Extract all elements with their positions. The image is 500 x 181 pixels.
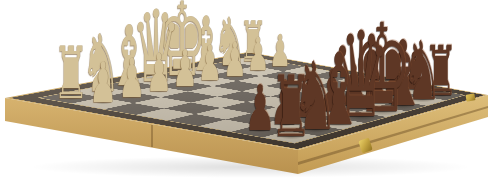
piece-white-pawn-e2: ♟ [198, 39, 222, 88]
pieces: ♜♞♟♝♟♚♟♛♟♟♝♟♟♞♜♟♟♜♞♟♟♝♟♚♟♛♟♝♟♞♟♜ [0, 0, 500, 181]
piece-white-pawn-f2: ♟ [223, 35, 246, 83]
piece-white-pawn-c2: ♟ [146, 47, 172, 100]
piece-white-pawn-a2: ♟ [89, 55, 117, 111]
piece-white-pawn-b2: ♟ [118, 51, 145, 106]
piece-black-rook-a8: ♜ [270, 65, 312, 150]
piece-white-rook-a1: ♜ [54, 36, 90, 108]
chess-set-photo: ♜♞♟♝♟♚♟♛♟♟♝♟♟♞♜♟♟♜♞♟♟♝♟♚♟♛♟♝♟♞♟♜ [0, 0, 500, 181]
piece-white-pawn-d2: ♟ [173, 43, 198, 94]
